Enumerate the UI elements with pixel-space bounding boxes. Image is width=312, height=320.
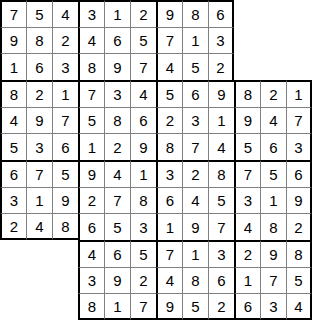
- sudoku-cell-r11c8[interactable]: 2: [208, 293, 234, 320]
- sudoku-cell-r1c5[interactable]: 5: [130, 27, 156, 54]
- sudoku-cell-r3c0[interactable]: 8: [0, 80, 26, 107]
- sudoku-cell-r8c2[interactable]: 8: [52, 213, 78, 240]
- sudoku-cell-r11c5[interactable]: 7: [130, 293, 156, 320]
- sudoku-cell-r11c6[interactable]: 9: [156, 293, 182, 320]
- sudoku-cell-r5c11[interactable]: 3: [286, 133, 312, 160]
- sudoku-cell-r8c7[interactable]: 9: [182, 213, 208, 240]
- sudoku-cell-r4c11[interactable]: 7: [286, 107, 312, 134]
- sudoku-cell-r4c8[interactable]: 1: [208, 107, 234, 134]
- sudoku-cell-r3c3[interactable]: 7: [78, 80, 104, 107]
- sudoku-cell-r7c5[interactable]: 8: [130, 187, 156, 214]
- sudoku-cell-r6c6[interactable]: 3: [156, 160, 182, 187]
- sudoku-cell-r4c2[interactable]: 7: [52, 107, 78, 134]
- sudoku-cell-r4c10[interactable]: 4: [260, 107, 286, 134]
- sudoku-cell-r5c3[interactable]: 1: [78, 133, 104, 160]
- sudoku-cell-r3c7[interactable]: 6: [182, 80, 208, 107]
- sudoku-cell-r9c7[interactable]: 1: [182, 240, 208, 267]
- sudoku-cell-r2c1[interactable]: 6: [26, 53, 52, 80]
- sudoku-cell-r7c9[interactable]: 3: [234, 187, 260, 214]
- sudoku-cell-r9c11[interactable]: 8: [286, 240, 312, 267]
- sudoku-cell-r3c1[interactable]: 2: [26, 80, 52, 107]
- sudoku-cell-r8c9[interactable]: 4: [234, 213, 260, 240]
- sudoku-cell-r3c8[interactable]: 9: [208, 80, 234, 107]
- sudoku-cell-r1c2[interactable]: 2: [52, 27, 78, 54]
- sudoku-cell-r3c4[interactable]: 3: [104, 80, 130, 107]
- sudoku-cell-r6c4[interactable]: 4: [104, 160, 130, 187]
- sudoku-cell-r10c7[interactable]: 8: [182, 267, 208, 294]
- sudoku-cell-r11c10[interactable]: 3: [260, 293, 286, 320]
- sudoku-cell-r0c8[interactable]: 6: [208, 0, 234, 27]
- sudoku-cell-r6c1[interactable]: 7: [26, 160, 52, 187]
- sudoku-cell-r1c3[interactable]: 4: [78, 27, 104, 54]
- sudoku-cell-r10c10[interactable]: 7: [260, 267, 286, 294]
- sudoku-cell-r4c1[interactable]: 9: [26, 107, 52, 134]
- sudoku-cell-r2c7[interactable]: 5: [182, 53, 208, 80]
- sudoku-cell-r5c9[interactable]: 5: [234, 133, 260, 160]
- sudoku-cell-r6c0[interactable]: 6: [0, 160, 26, 187]
- sudoku-cell-r5c1[interactable]: 3: [26, 133, 52, 160]
- sudoku-cell-r2c5[interactable]: 7: [130, 53, 156, 80]
- sudoku-cell-r9c3[interactable]: 4: [78, 240, 104, 267]
- sudoku-cell-r0c1[interactable]: 5: [26, 0, 52, 27]
- sudoku-cell-r3c2[interactable]: 1: [52, 80, 78, 107]
- sudoku-cell-r4c5[interactable]: 6: [130, 107, 156, 134]
- sudoku-cell-r10c11[interactable]: 5: [286, 267, 312, 294]
- sudoku-cell-r11c11[interactable]: 4: [286, 293, 312, 320]
- sudoku-cell-r2c4[interactable]: 9: [104, 53, 130, 80]
- sudoku-cell-r11c3[interactable]: 8: [78, 293, 104, 320]
- sudoku-cell-r0c5[interactable]: 2: [130, 0, 156, 27]
- sudoku-cell-r8c5[interactable]: 3: [130, 213, 156, 240]
- sudoku-cell-r10c3[interactable]: 3: [78, 267, 104, 294]
- sudoku-cell-r7c4[interactable]: 7: [104, 187, 130, 214]
- sudoku-cell-r6c2[interactable]: 5: [52, 160, 78, 187]
- sudoku-cell-r7c11[interactable]: 9: [286, 187, 312, 214]
- sudoku-cell-r4c0[interactable]: 4: [0, 107, 26, 134]
- sudoku-cell-r5c2[interactable]: 6: [52, 133, 78, 160]
- sudoku-cell-r2c3[interactable]: 8: [78, 53, 104, 80]
- sudoku-cell-r9c10[interactable]: 9: [260, 240, 286, 267]
- sudoku-cell-r10c5[interactable]: 2: [130, 267, 156, 294]
- sudoku-cell-r8c3[interactable]: 6: [78, 213, 104, 240]
- sudoku-cell-r5c10[interactable]: 6: [260, 133, 286, 160]
- sudoku-cell-r8c10[interactable]: 8: [260, 213, 286, 240]
- sudoku-cell-r4c9[interactable]: 9: [234, 107, 260, 134]
- sudoku-cell-r6c7[interactable]: 2: [182, 160, 208, 187]
- sudoku-cell-r1c7[interactable]: 1: [182, 27, 208, 54]
- sudoku-cell-r10c8[interactable]: 6: [208, 267, 234, 294]
- sudoku-cell-r6c5[interactable]: 1: [130, 160, 156, 187]
- sudoku-cell-r7c10[interactable]: 1: [260, 187, 286, 214]
- sudoku-cell-r8c0[interactable]: 2: [0, 213, 26, 240]
- sudoku-cell-r0c2[interactable]: 4: [52, 0, 78, 27]
- sudoku-board: 7543129869824657131638974528217345698214…: [0, 0, 312, 320]
- sudoku-cell-r8c4[interactable]: 5: [104, 213, 130, 240]
- sudoku-cell-r7c1[interactable]: 1: [26, 187, 52, 214]
- sudoku-cell-r10c6[interactable]: 4: [156, 267, 182, 294]
- sudoku-cell-r6c10[interactable]: 5: [260, 160, 286, 187]
- sudoku-cell-r8c8[interactable]: 7: [208, 213, 234, 240]
- sudoku-cell-r6c9[interactable]: 7: [234, 160, 260, 187]
- sudoku-cell-r11c9[interactable]: 6: [234, 293, 260, 320]
- sudoku-cell-r7c8[interactable]: 5: [208, 187, 234, 214]
- sudoku-cell-r2c6[interactable]: 4: [156, 53, 182, 80]
- sudoku-cell-r1c4[interactable]: 6: [104, 27, 130, 54]
- sudoku-cell-r9c8[interactable]: 3: [208, 240, 234, 267]
- sudoku-cell-r7c7[interactable]: 4: [182, 187, 208, 214]
- sudoku-cell-r4c3[interactable]: 5: [78, 107, 104, 134]
- sudoku-cell-r5c7[interactable]: 7: [182, 133, 208, 160]
- sudoku-cell-r11c4[interactable]: 1: [104, 293, 130, 320]
- sudoku-cell-r3c9[interactable]: 8: [234, 80, 260, 107]
- sudoku-cell-r10c4[interactable]: 9: [104, 267, 130, 294]
- sudoku-cell-r9c5[interactable]: 5: [130, 240, 156, 267]
- sudoku-cell-r3c11[interactable]: 1: [286, 80, 312, 107]
- sudoku-cell-r7c0[interactable]: 3: [0, 187, 26, 214]
- sudoku-cell-r1c8[interactable]: 3: [208, 27, 234, 54]
- sudoku-cell-r0c4[interactable]: 1: [104, 0, 130, 27]
- sudoku-cell-r10c9[interactable]: 1: [234, 267, 260, 294]
- sudoku-cell-r4c7[interactable]: 3: [182, 107, 208, 134]
- sudoku-cell-r9c6[interactable]: 7: [156, 240, 182, 267]
- sudoku-cell-r3c6[interactable]: 5: [156, 80, 182, 107]
- sudoku-cell-r6c3[interactable]: 9: [78, 160, 104, 187]
- sudoku-cell-r4c6[interactable]: 2: [156, 107, 182, 134]
- sudoku-cell-r9c9[interactable]: 2: [234, 240, 260, 267]
- sudoku-cell-r7c3[interactable]: 2: [78, 187, 104, 214]
- sudoku-cell-r5c5[interactable]: 9: [130, 133, 156, 160]
- sudoku-cell-r3c10[interactable]: 2: [260, 80, 286, 107]
- sudoku-cell-r2c0[interactable]: 1: [0, 53, 26, 80]
- sudoku-cell-r11c7[interactable]: 5: [182, 293, 208, 320]
- sudoku-cell-r5c0[interactable]: 5: [0, 133, 26, 160]
- sudoku-cell-r0c3[interactable]: 3: [78, 0, 104, 27]
- sudoku-cell-r2c8[interactable]: 2: [208, 53, 234, 80]
- sudoku-cell-r0c0[interactable]: 7: [0, 0, 26, 27]
- sudoku-cell-r4c4[interactable]: 8: [104, 107, 130, 134]
- sudoku-cell-r6c8[interactable]: 8: [208, 160, 234, 187]
- sudoku-cell-r5c6[interactable]: 8: [156, 133, 182, 160]
- sudoku-cell-r0c6[interactable]: 9: [156, 0, 182, 27]
- sudoku-cell-r5c8[interactable]: 4: [208, 133, 234, 160]
- sudoku-cell-r1c0[interactable]: 9: [0, 27, 26, 54]
- sudoku-cell-r1c6[interactable]: 7: [156, 27, 182, 54]
- sudoku-cell-r2c2[interactable]: 3: [52, 53, 78, 80]
- sudoku-cell-r3c5[interactable]: 4: [130, 80, 156, 107]
- sudoku-cell-r1c1[interactable]: 8: [26, 27, 52, 54]
- sudoku-cell-r6c11[interactable]: 6: [286, 160, 312, 187]
- sudoku-cell-r8c11[interactable]: 2: [286, 213, 312, 240]
- sudoku-cell-r8c1[interactable]: 4: [26, 213, 52, 240]
- sudoku-cell-r9c4[interactable]: 6: [104, 240, 130, 267]
- sudoku-cell-r7c2[interactable]: 9: [52, 187, 78, 214]
- sudoku-cell-r7c6[interactable]: 6: [156, 187, 182, 214]
- sudoku-cell-r5c4[interactable]: 2: [104, 133, 130, 160]
- sudoku-cell-r8c6[interactable]: 1: [156, 213, 182, 240]
- sudoku-cell-r0c7[interactable]: 8: [182, 0, 208, 27]
